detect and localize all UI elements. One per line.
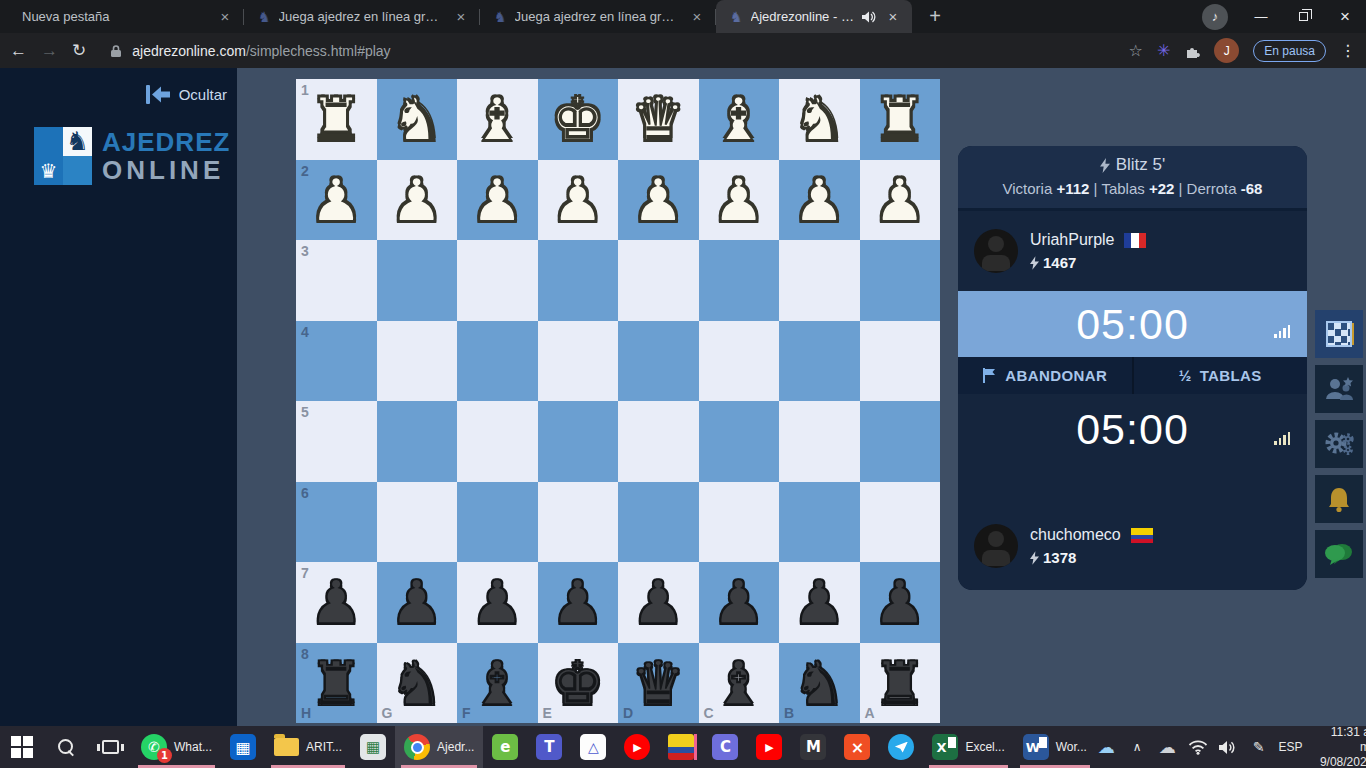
lock-icon [110,44,122,58]
square-b4[interactable] [779,321,860,402]
colombia-flag-icon [1131,528,1153,543]
square-h3[interactable]: 3 [296,240,377,321]
chat-bubbles-icon [1324,542,1354,567]
black-pawn[interactable]: ♟ [779,562,860,643]
square-g4[interactable] [377,321,458,402]
square-c4[interactable] [699,321,780,402]
window-controls: ♪ — × [1202,0,1366,33]
taskbar-folder-arit[interactable]: ARIT... [265,726,351,768]
square-c2[interactable]: ♟ [699,160,780,241]
square-b3[interactable] [779,240,860,321]
square-f8[interactable]: F♝ [457,643,538,724]
white-bishop[interactable]: ♝ [457,79,538,160]
square-d3[interactable] [618,240,699,321]
square-d8[interactable]: D♛ [618,643,699,724]
white-bishop[interactable]: ♝ [699,79,780,160]
black-pawn[interactable]: ♟ [296,562,377,643]
square-b7[interactable]: ♟ [779,562,860,643]
taskbar-label: ARIT... [306,740,342,754]
taskbar-m-app-icon: M [800,734,826,760]
site-sidebar: Ocultar ♞ ♛ AJEDREZ ONLINE [0,68,237,726]
opponent-row: UriahPurple 1467 [958,211,1307,291]
square-h1[interactable]: 1♜ [296,79,377,160]
game-mode-title: Blitz 5' [1116,155,1166,175]
ajedrez-online-logo[interactable]: ♞ ♛ AJEDREZ ONLINE [34,127,237,185]
black-pawn[interactable]: ♟ [699,562,780,643]
address-bar[interactable]: ajedrezonline.com/simplechess.html#play [100,37,1114,65]
taskbar-excel-icon: X [932,734,958,760]
taskbar-geogebra[interactable]: △ [571,726,615,768]
square-f1[interactable]: ♝ [457,79,538,160]
square-h7[interactable]: 7♟ [296,562,377,643]
windows-taskbar: ✆1What...▦ARIT...▦Ajedr...eT△▶C▶M×XExcel… [0,726,1366,768]
url-path: /simplechess.html#play [246,43,391,59]
black-bishop[interactable]: ♝ [699,643,780,724]
taskbar-edmodo[interactable]: e [483,726,527,768]
square-a2[interactable]: ♟ [860,160,941,241]
knight-favicon: ♞ [494,10,507,24]
square-f7[interactable]: ♟ [457,562,538,643]
square-f6[interactable] [457,482,538,563]
extension-starburst-icon[interactable]: ✳ [1157,41,1170,60]
score-segment: Derrota [1187,180,1241,197]
knight-favicon: ♞ [258,10,271,24]
taskbar-chrome-ajedrez-icon [404,734,430,760]
white-knight[interactable]: ♞ [377,79,458,160]
new-tab-button[interactable]: + [922,5,948,28]
tab-nueva-pestana[interactable]: Nueva pestaña × [8,0,244,33]
square-d1[interactable]: ♛ [618,79,699,160]
taskbar-youtube[interactable]: ▶ [747,726,791,768]
square-e3[interactable] [538,240,619,321]
black-pawn[interactable]: ♟ [860,562,941,643]
score-segment: Victoria [1003,180,1057,197]
black-bishop[interactable]: ♝ [457,643,538,724]
logo-text-online: ONLINE [102,156,230,184]
square-b2[interactable]: ♟ [779,160,860,241]
square-c8[interactable]: C♝ [699,643,780,724]
system-tray: ☁ ∧ ☁ ✎ ESP 11:31 a. m. 9/08/2021 5 [1096,726,1366,768]
taskbar-word[interactable]: WWor... [1014,726,1096,768]
resign-button[interactable]: ABANDONAR [958,357,1132,394]
language-indicator[interactable]: ESP [1279,740,1303,754]
unread-badge: 1 [157,748,172,763]
taskbar-graphing-calculator[interactable]: ▦ [351,726,395,768]
taskbar-telegram[interactable] [879,726,923,768]
square-b5[interactable] [779,401,860,482]
square-e8[interactable]: E♚ [538,643,619,724]
logo-checker-icon: ♞ ♛ [34,127,92,185]
taskbar-youtube-music[interactable]: ▶ [615,726,659,768]
game-panel-body: UriahPurple 1467 05:00 ABANDONAR ½ TABLA… [958,211,1307,590]
square-g6[interactable] [377,482,458,563]
opponent-rating: 1467 [1043,254,1076,271]
player-clock: 05:00 [958,394,1307,464]
square-a4[interactable] [860,321,941,402]
start-button[interactable] [0,726,44,768]
square-h8[interactable]: 8H♜ [296,643,377,724]
rank-label: 6 [301,485,309,501]
rank-label: 4 [301,324,309,340]
opponent-avatar[interactable] [974,229,1018,273]
lightning-icon [1100,158,1110,173]
forward-icon[interactable]: → [41,41,58,61]
game-panel-header: Blitz 5' Victoria +112 | Tablas +22 | De… [958,146,1307,208]
square-d5[interactable] [618,401,699,482]
hide-sidebar-button[interactable]: Ocultar [0,84,227,105]
square-c3[interactable] [699,240,780,321]
tab-title: Juega ajedrez en línea gratis ! - A [515,9,680,24]
browser-menu-icon[interactable]: ⋮ [1340,41,1356,60]
taskbar-word-icon: W [1023,734,1049,760]
square-c1[interactable]: ♝ [699,79,780,160]
white-rook[interactable]: ♜ [296,79,377,160]
black-pawn[interactable]: ♟ [538,562,619,643]
score-segment: +22 [1149,180,1174,197]
taskbar-clock[interactable]: 11:31 a. m. 9/08/2021 [1312,725,1366,768]
square-h6[interactable]: 6 [296,482,377,563]
square-f4[interactable] [457,321,538,402]
half-icon: ½ [1179,367,1192,384]
square-g8[interactable]: G♞ [377,643,458,724]
tab-ajedrezonline-active[interactable]: ♞ Ajedrezonline - SimpleChess × [716,0,912,33]
player-rating: 1378 [1043,549,1076,566]
tab-close-icon[interactable]: × [688,8,706,26]
signal-bars-icon [1274,432,1290,445]
square-a3[interactable] [860,240,941,321]
opponent-clock: 05:00 [958,291,1307,357]
opponent-clock-time: 05:00 [1076,300,1189,349]
taskbar-x-app-icon: × [844,734,870,760]
opponent-name[interactable]: UriahPurple [1030,231,1114,249]
square-c6[interactable] [699,482,780,563]
square-g1[interactable]: ♞ [377,79,458,160]
taskbar-whatsapp-icon: ✆1 [141,734,167,760]
volume-icon[interactable] [1218,740,1239,755]
game-panel: Blitz 5' Victoria +112 | Tablas +22 | De… [958,146,1307,590]
tab-close-icon[interactable]: × [452,8,470,26]
square-b6[interactable] [779,482,860,563]
media-control-icon[interactable]: ♪ [1202,4,1228,30]
square-h5[interactable]: 5 [296,401,377,482]
white-king[interactable]: ♚ [538,79,619,160]
player-avatar[interactable] [974,524,1018,568]
right-icon-rail [1313,310,1366,585]
chat-tab[interactable] [1315,530,1363,578]
black-rook[interactable]: ♜ [296,643,377,724]
square-h2[interactable]: 2♟ [296,160,377,241]
taskbar-m-app[interactable]: M [791,726,835,768]
black-pawn[interactable]: ♟ [618,562,699,643]
rank-label: 3 [301,243,309,259]
square-f3[interactable] [457,240,538,321]
score-segment: +112 [1056,180,1089,197]
square-g5[interactable] [377,401,458,482]
taskbar-x-app[interactable]: × [835,726,879,768]
tray-date: 9/08/2021 [1316,755,1366,768]
taskbar-search-button[interactable] [44,726,88,768]
tray-time: 11:31 a. m. [1316,725,1366,755]
onedrive-icon[interactable]: ☁ [1157,737,1178,757]
minimize-button[interactable]: — [1240,0,1282,33]
tab-close-icon[interactable]: × [884,8,902,26]
square-c7[interactable]: ♟ [699,562,780,643]
logo-text-ajedrez: AJEDREZ [102,128,230,156]
square-f2[interactable]: ♟ [457,160,538,241]
players-tab[interactable] [1315,365,1363,413]
score-segment: | [1089,180,1101,197]
square-d4[interactable] [618,321,699,402]
square-a6[interactable] [860,482,941,563]
taskbar-classroom-c[interactable]: C [703,726,747,768]
restore-button[interactable] [1282,0,1324,33]
play-board-tab[interactable] [1315,310,1363,358]
square-g7[interactable]: ♟ [377,562,458,643]
taskbar-folder-arit-icon [274,738,299,756]
tab-juega-ajedrez-2[interactable]: ♞ Juega ajedrez en línea gratis ! - A × [480,0,716,33]
taskbar-graphing-calculator-icon: ▦ [360,734,386,760]
search-icon [57,738,75,756]
square-h4[interactable]: 4 [296,321,377,402]
square-f5[interactable] [457,401,538,482]
taskbar-geogebra-icon: △ [580,734,606,760]
notifications-tab[interactable] [1315,475,1363,523]
square-a5[interactable] [860,401,941,482]
white-knight[interactable]: ♞ [779,79,860,160]
restore-icon [1299,12,1308,21]
pen-icon[interactable]: ✎ [1248,739,1269,755]
task-view-icon [102,740,119,754]
hide-label: Ocultar [179,86,227,103]
square-b1[interactable]: ♞ [779,79,860,160]
taskbar-teams[interactable]: T [527,726,571,768]
square-g3[interactable] [377,240,458,321]
browser-toolbar: ← → ↻ ajedrezonline.com/simplechess.html… [0,33,1366,68]
square-e6[interactable] [538,482,619,563]
black-queen[interactable]: ♛ [618,643,699,724]
white-pawn[interactable]: ♟ [538,160,619,241]
tray-chevron-icon[interactable]: ∧ [1126,740,1147,754]
square-d6[interactable] [618,482,699,563]
tab-title: Juega ajedrez en línea gratis ! - A [279,9,444,24]
windows-logo-icon [11,736,33,758]
white-pawn[interactable]: ♟ [860,160,941,241]
taskbar-label: What... [174,740,212,754]
offer-draw-button[interactable]: ½ TABLAS [1134,357,1308,394]
black-rook[interactable]: ♜ [860,643,941,724]
reload-icon[interactable]: ↻ [72,40,86,61]
task-view-button[interactable] [88,726,132,768]
taskbar-classroom-c-icon: C [712,734,738,760]
black-knight[interactable]: ♞ [377,643,458,724]
rating-change-line: Victoria +112 | Tablas +22 | Derrota -68 [958,180,1307,197]
player-clock-time: 05:00 [1076,405,1189,454]
white-rook[interactable]: ♜ [860,79,941,160]
square-b8[interactable]: B♞ [779,643,860,724]
knight-favicon: ♞ [730,10,743,24]
black-knight[interactable]: ♞ [779,643,860,724]
wifi-icon[interactable] [1187,739,1208,755]
score-segment: Tablas [1101,180,1149,197]
notifications-bell-icon [1326,486,1352,513]
black-king[interactable]: ♚ [538,643,619,724]
tab-audio-icon[interactable] [862,11,876,23]
lightning-icon [1030,551,1039,565]
sync-paused-badge[interactable]: En pausa [1253,40,1326,62]
url-domain: ajedrezonline.com [132,43,246,59]
square-a7[interactable]: ♟ [860,562,941,643]
white-pawn[interactable]: ♟ [377,160,458,241]
lightning-icon [1030,256,1039,270]
square-a8[interactable]: A♜ [860,643,941,724]
black-pawn[interactable]: ♟ [377,562,458,643]
square-c5[interactable] [699,401,780,482]
square-a1[interactable]: ♜ [860,79,941,160]
collapse-left-arrow-icon [145,84,171,105]
white-pawn[interactable]: ♟ [457,160,538,241]
score-segment: -68 [1241,180,1263,197]
black-pawn[interactable]: ♟ [457,562,538,643]
taskbar-coat-of-arms-app[interactable] [659,726,703,768]
taskbar-telegram-icon [888,734,914,760]
game-action-buttons: ABANDONAR ½ TABLAS [958,357,1307,394]
taskbar-label: Wor... [1056,740,1087,754]
bookmark-star-icon[interactable]: ☆ [1129,41,1143,60]
taskbar-whatsapp[interactable]: ✆1What... [132,726,221,768]
tab-title: Nueva pestaña [22,9,208,24]
extensions-puzzle-icon[interactable] [1184,43,1200,59]
players-star-icon [1324,376,1354,402]
chessboard-icon [1326,321,1352,347]
white-pawn[interactable]: ♟ [296,160,377,241]
taskbar-chrome-ajedrez[interactable]: Ajedr... [395,726,483,768]
tab-title: Ajedrezonline - SimpleChess [751,9,854,24]
rank-label: 5 [301,404,309,420]
white-pawn[interactable]: ♟ [618,160,699,241]
tab-close-icon[interactable]: × [216,8,234,26]
taskbar-calculator-icon: ▦ [230,734,256,760]
square-e7[interactable]: ♟ [538,562,619,643]
taskbar-calculator[interactable]: ▦ [221,726,265,768]
white-queen[interactable]: ♛ [618,79,699,160]
player-name[interactable]: chuchomeco [1030,526,1121,544]
flag-icon [982,368,997,383]
square-g2[interactable]: ♟ [377,160,458,241]
square-e5[interactable] [538,401,619,482]
tab-juega-ajedrez-1[interactable]: ♞ Juega ajedrez en línea gratis ! - A × [244,0,480,33]
taskbar-youtube-music-icon: ▶ [624,734,650,760]
square-e1[interactable]: ♚ [538,79,619,160]
square-d2[interactable]: ♟ [618,160,699,241]
signal-bars-icon [1274,325,1290,338]
taskbar-edmodo-icon: e [492,734,518,760]
france-flag-icon [1124,233,1146,248]
taskbar-coat-of-arms-app-icon [668,734,694,760]
browser-tab-bar: Nueva pestaña × ♞ Juega ajedrez en línea… [0,0,1366,33]
player-row: chuchomeco 1378 [958,510,1307,590]
white-pawn[interactable]: ♟ [699,160,780,241]
settings-gears-icon [1324,431,1354,457]
square-d7[interactable]: ♟ [618,562,699,643]
taskbar-label: Excel... [965,740,1004,754]
settings-tab[interactable] [1315,420,1363,468]
taskbar-youtube-icon: ▶ [756,734,782,760]
weather-cloud-icon[interactable]: ☁ [1096,737,1117,757]
taskbar-teams-icon: T [536,734,562,760]
chess-board[interactable]: 1♜♞♝♚♛♝♞♜2♟♟♟♟♟♟♟♟34567♟♟♟♟♟♟♟♟8H♜G♞F♝E♚… [296,79,940,723]
close-window-button[interactable]: × [1324,0,1366,33]
square-e2[interactable]: ♟ [538,160,619,241]
taskbar-excel[interactable]: XExcel... [923,726,1013,768]
square-e4[interactable] [538,321,619,402]
back-icon[interactable]: ← [10,41,27,61]
taskbar-label: Ajedr... [437,740,474,754]
profile-avatar[interactable]: J [1214,38,1239,63]
score-segment: | [1174,180,1186,197]
white-pawn[interactable]: ♟ [779,160,860,241]
